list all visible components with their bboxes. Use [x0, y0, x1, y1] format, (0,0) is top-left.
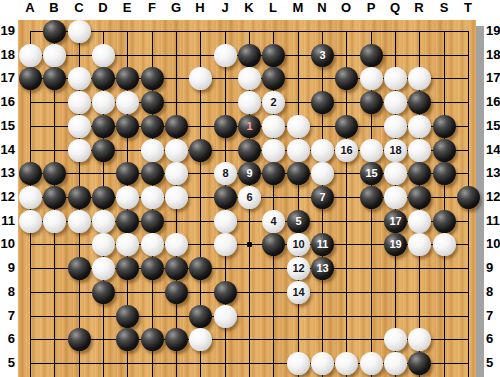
stone-F15[interactable] [141, 115, 164, 138]
column-label-E: E [123, 1, 132, 15]
stone-F11[interactable] [141, 210, 164, 233]
move-number: 5 [287, 210, 310, 233]
stone-F17[interactable] [141, 67, 164, 90]
column-label-N: N [317, 1, 326, 15]
row-label-left-11: 11 [0, 214, 15, 228]
stone-L16[interactable]: 2 [262, 91, 285, 114]
stone-H17[interactable] [189, 67, 212, 90]
stone-D14[interactable] [92, 139, 115, 162]
stone-M14[interactable] [287, 139, 310, 162]
stone-O14[interactable]: 16 [335, 139, 358, 162]
stone-T12[interactable] [457, 186, 480, 209]
stone-R5[interactable] [408, 352, 431, 375]
stone-E11[interactable] [116, 210, 139, 233]
row-label-left-6: 6 [0, 332, 15, 346]
stone-O5[interactable] [335, 352, 358, 375]
stone-B19[interactable] [43, 20, 66, 43]
row-label-left-10: 10 [0, 237, 15, 251]
column-label-Q: Q [390, 1, 400, 15]
stone-L14[interactable] [262, 139, 285, 162]
stone-Q17[interactable] [384, 67, 407, 90]
stone-K13[interactable]: 9 [238, 162, 261, 185]
stone-L11[interactable]: 4 [262, 210, 285, 233]
stone-K18[interactable] [238, 44, 261, 67]
stone-C9[interactable] [68, 257, 91, 280]
column-label-F: F [148, 1, 156, 15]
stone-C17[interactable] [68, 67, 91, 90]
stone-E17[interactable] [116, 67, 139, 90]
row-label-right-7: 7 [486, 309, 500, 323]
stone-J10[interactable] [214, 233, 237, 256]
stone-R17[interactable] [408, 67, 431, 90]
move-number: 15 [360, 162, 383, 185]
stone-R11[interactable] [408, 210, 431, 233]
stone-R10[interactable] [408, 233, 431, 256]
stone-D15[interactable] [92, 115, 115, 138]
row-label-right-16: 16 [486, 95, 500, 109]
go-diagram-page: 32116188915674517101119121314 ABCDEFGHJK… [0, 0, 500, 377]
stone-D18[interactable] [92, 44, 115, 67]
stone-E13[interactable] [116, 162, 139, 185]
stone-M13[interactable] [287, 162, 310, 185]
row-label-right-14: 14 [486, 143, 500, 157]
stone-D8[interactable] [92, 281, 115, 304]
stone-P12[interactable] [360, 186, 383, 209]
stone-D9[interactable] [92, 257, 115, 280]
stone-M5[interactable] [287, 352, 310, 375]
column-label-R: R [414, 1, 423, 15]
stone-K16[interactable] [238, 91, 261, 114]
move-number: 18 [384, 139, 407, 162]
stone-R14[interactable] [408, 139, 431, 162]
row-label-right-13: 13 [486, 166, 500, 180]
stone-M11[interactable]: 5 [287, 210, 310, 233]
row-label-left-13: 13 [0, 166, 15, 180]
move-number: 19 [384, 233, 407, 256]
stone-A13[interactable] [19, 162, 42, 185]
grid-line-vertical [298, 31, 299, 377]
row-label-right-8: 8 [486, 285, 500, 299]
row-label-right-19: 19 [486, 24, 500, 38]
stone-J7[interactable] [214, 305, 237, 328]
move-number: 14 [287, 281, 310, 304]
stone-C12[interactable] [68, 186, 91, 209]
stone-L10[interactable] [262, 233, 285, 256]
stone-P5[interactable] [360, 352, 383, 375]
stone-D16[interactable] [92, 91, 115, 114]
row-label-right-12: 12 [486, 190, 500, 204]
stone-D17[interactable] [92, 67, 115, 90]
row-label-right-15: 15 [486, 119, 500, 133]
move-number: 12 [287, 257, 310, 280]
row-label-left-9: 9 [0, 261, 15, 275]
star-point [247, 242, 252, 247]
stone-N10[interactable]: 11 [311, 233, 334, 256]
row-label-left-18: 18 [0, 48, 15, 62]
move-number: 10 [287, 233, 310, 256]
stone-P13[interactable]: 15 [360, 162, 383, 185]
stone-N16[interactable] [311, 91, 334, 114]
stone-N9[interactable]: 13 [311, 257, 334, 280]
stone-J11[interactable] [214, 210, 237, 233]
stone-D10[interactable] [92, 233, 115, 256]
move-number: 1 [238, 115, 261, 138]
column-label-P: P [367, 1, 376, 15]
row-label-right-10: 10 [486, 237, 500, 251]
stone-E10[interactable] [116, 233, 139, 256]
stone-G6[interactable] [165, 328, 188, 351]
stone-N18[interactable]: 3 [311, 44, 334, 67]
stone-Q13[interactable] [384, 162, 407, 185]
row-label-left-7: 7 [0, 309, 15, 323]
stone-P18[interactable] [360, 44, 383, 67]
row-label-right-6: 6 [486, 332, 500, 346]
stone-G9[interactable] [165, 257, 188, 280]
stone-D12[interactable] [92, 186, 115, 209]
stone-S11[interactable] [433, 210, 456, 233]
stone-A12[interactable] [19, 186, 42, 209]
stone-B17[interactable] [43, 67, 66, 90]
column-label-M: M [293, 1, 304, 15]
move-number: 11 [311, 233, 334, 256]
column-label-K: K [244, 1, 253, 15]
stone-Q11[interactable]: 17 [384, 210, 407, 233]
stone-C19[interactable] [68, 20, 91, 43]
move-number: 17 [384, 210, 407, 233]
row-label-right-17: 17 [486, 71, 500, 85]
stone-O15[interactable] [335, 115, 358, 138]
stone-P17[interactable] [360, 67, 383, 90]
stone-F14[interactable] [141, 139, 164, 162]
stone-J13[interactable]: 8 [214, 162, 237, 185]
row-label-left-5: 5 [0, 356, 15, 370]
stone-Q15[interactable] [384, 115, 407, 138]
stone-C16[interactable] [68, 91, 91, 114]
column-label-H: H [195, 1, 204, 15]
stone-Q16[interactable] [384, 91, 407, 114]
stone-S10[interactable] [433, 233, 456, 256]
column-label-J: J [221, 1, 228, 15]
stone-G10[interactable] [165, 233, 188, 256]
stone-Q12[interactable] [384, 186, 407, 209]
grid-line-horizontal [30, 31, 469, 32]
column-label-L: L [269, 1, 277, 15]
stone-S15[interactable] [433, 115, 456, 138]
row-label-right-11: 11 [486, 214, 500, 228]
move-number: 3 [311, 44, 334, 67]
move-number: 6 [238, 186, 261, 209]
stone-L15[interactable] [262, 115, 285, 138]
stone-J15[interactable] [214, 115, 237, 138]
stone-E6[interactable] [116, 328, 139, 351]
stone-F12[interactable] [141, 186, 164, 209]
stone-K12[interactable]: 6 [238, 186, 261, 209]
stone-E16[interactable] [116, 91, 139, 114]
stone-A18[interactable] [19, 44, 42, 67]
stone-S14[interactable] [433, 139, 456, 162]
row-label-right-9: 9 [486, 261, 500, 275]
row-label-right-5: 5 [486, 356, 500, 370]
stone-P16[interactable] [360, 91, 383, 114]
stone-R6[interactable] [408, 328, 431, 351]
stone-C11[interactable] [68, 210, 91, 233]
stone-G14[interactable] [165, 139, 188, 162]
stone-E12[interactable] [116, 186, 139, 209]
stone-M8[interactable]: 14 [287, 281, 310, 304]
stone-J18[interactable] [214, 44, 237, 67]
stone-E7[interactable] [116, 305, 139, 328]
column-label-C: C [74, 1, 83, 15]
stone-B11[interactable] [43, 210, 66, 233]
stone-K17[interactable] [238, 67, 261, 90]
stone-A11[interactable] [19, 210, 42, 233]
stone-R13[interactable] [408, 162, 431, 185]
row-label-left-14: 14 [0, 143, 15, 157]
stone-N5[interactable] [311, 352, 334, 375]
stone-H9[interactable] [189, 257, 212, 280]
stone-Q14[interactable]: 18 [384, 139, 407, 162]
stone-F9[interactable] [141, 257, 164, 280]
stone-L18[interactable] [262, 44, 285, 67]
stone-E9[interactable] [116, 257, 139, 280]
stone-F16[interactable] [141, 91, 164, 114]
stone-N13[interactable] [311, 162, 334, 185]
stone-Q5[interactable] [384, 352, 407, 375]
stone-A17[interactable] [19, 67, 42, 90]
stone-J12[interactable] [214, 186, 237, 209]
stone-B18[interactable] [43, 44, 66, 67]
stone-G15[interactable] [165, 115, 188, 138]
stone-S13[interactable] [433, 162, 456, 185]
stone-J8[interactable] [214, 281, 237, 304]
column-label-T: T [464, 1, 472, 15]
stone-C6[interactable] [68, 328, 91, 351]
stone-H7[interactable] [189, 305, 212, 328]
stone-O17[interactable] [335, 67, 358, 90]
stone-C15[interactable] [68, 115, 91, 138]
stone-L17[interactable] [262, 67, 285, 90]
row-label-left-8: 8 [0, 285, 15, 299]
row-label-left-12: 12 [0, 190, 15, 204]
move-number: 7 [311, 186, 334, 209]
stone-R15[interactable] [408, 115, 431, 138]
row-label-left-16: 16 [0, 95, 15, 109]
column-label-D: D [98, 1, 107, 15]
column-label-O: O [341, 1, 351, 15]
move-number: 4 [262, 210, 285, 233]
stone-B13[interactable] [43, 162, 66, 185]
go-board[interactable]: 32116188915674517101119121314 [18, 20, 476, 377]
column-label-S: S [440, 1, 449, 15]
stone-G8[interactable] [165, 281, 188, 304]
move-number: 8 [214, 162, 237, 185]
column-label-B: B [49, 1, 58, 15]
stone-Q6[interactable] [384, 328, 407, 351]
stone-P14[interactable] [360, 139, 383, 162]
stone-N14[interactable] [311, 139, 334, 162]
grid-line-vertical [444, 31, 445, 377]
stone-M15[interactable] [287, 115, 310, 138]
stone-N12[interactable]: 7 [311, 186, 334, 209]
column-label-G: G [171, 1, 181, 15]
row-label-left-17: 17 [0, 71, 15, 85]
stone-G13[interactable] [165, 162, 188, 185]
stone-F6[interactable] [141, 328, 164, 351]
stone-L13[interactable] [262, 162, 285, 185]
grid-line-horizontal [30, 316, 469, 317]
stone-M9[interactable]: 12 [287, 257, 310, 280]
stone-G12[interactable] [165, 186, 188, 209]
row-label-left-15: 15 [0, 119, 15, 133]
stone-K15[interactable]: 1 [238, 115, 261, 138]
stone-R12[interactable] [408, 186, 431, 209]
stone-Q10[interactable]: 19 [384, 233, 407, 256]
stone-H14[interactable] [189, 139, 212, 162]
move-number: 2 [262, 91, 285, 114]
stone-H6[interactable] [189, 328, 212, 351]
stone-B12[interactable] [43, 186, 66, 209]
column-label-A: A [25, 1, 34, 15]
stone-D11[interactable] [92, 210, 115, 233]
stone-E15[interactable] [116, 115, 139, 138]
move-number: 9 [238, 162, 261, 185]
stone-R16[interactable] [408, 91, 431, 114]
stone-F10[interactable] [141, 233, 164, 256]
row-label-right-18: 18 [486, 48, 500, 62]
row-label-left-19: 19 [0, 24, 15, 38]
move-number: 16 [335, 139, 358, 162]
stone-M10[interactable]: 10 [287, 233, 310, 256]
stone-F13[interactable] [141, 162, 164, 185]
move-number: 13 [311, 257, 334, 280]
stone-C14[interactable] [68, 139, 91, 162]
stone-K14[interactable] [238, 139, 261, 162]
